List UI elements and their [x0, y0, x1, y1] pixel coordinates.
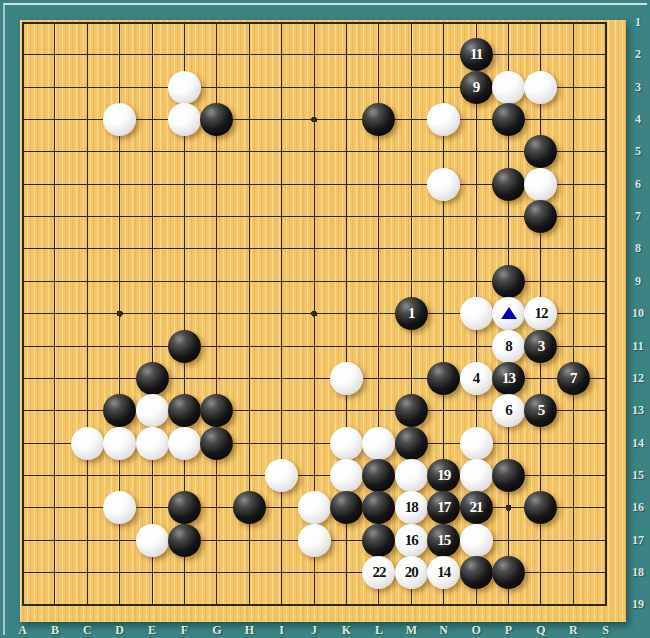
stone-black: [200, 394, 233, 427]
stone-white: [362, 427, 395, 460]
move-number: 7: [570, 362, 577, 395]
move-number: 19: [437, 459, 450, 492]
move-number: 4: [473, 362, 480, 395]
stone-black: [168, 394, 201, 427]
row-label-6: 6: [628, 177, 648, 192]
move-number: 5: [538, 394, 545, 427]
stone-white: [460, 524, 493, 557]
stone-black: [362, 103, 395, 136]
stone-white: [492, 297, 525, 330]
move-number: 16: [405, 524, 418, 557]
stone-white: 20: [395, 556, 428, 589]
col-label-R: R: [564, 623, 582, 638]
stone-white: [524, 71, 557, 104]
stone-black: [524, 200, 557, 233]
go-board-frame: 11911283413765191817211615222014 ABCDEFG…: [0, 0, 650, 638]
stone-black: [136, 362, 169, 395]
stone-black: 11: [460, 38, 493, 71]
stone-white: [330, 362, 363, 395]
stone-black: [362, 524, 395, 557]
row-label-13: 13: [628, 403, 648, 418]
stone-black: [200, 103, 233, 136]
stone-black: 17: [427, 491, 460, 524]
stone-black: 15: [427, 524, 460, 557]
move-number: 17: [437, 491, 450, 524]
stone-white: 4: [460, 362, 493, 395]
row-label-4: 4: [628, 112, 648, 127]
row-label-18: 18: [628, 565, 648, 580]
stone-black: [427, 362, 460, 395]
row-label-5: 5: [628, 144, 648, 159]
stone-black: 19: [427, 459, 460, 492]
col-label-E: E: [143, 623, 161, 638]
col-label-M: M: [402, 623, 420, 638]
move-number: 20: [405, 556, 418, 589]
move-number: 3: [538, 330, 545, 363]
stone-white: [298, 524, 331, 557]
move-number: 9: [473, 71, 480, 104]
stone-black: [492, 556, 525, 589]
row-label-14: 14: [628, 436, 648, 451]
move-number: 13: [502, 362, 515, 395]
stone-black: [395, 427, 428, 460]
col-label-F: F: [176, 623, 194, 638]
col-label-N: N: [435, 623, 453, 638]
stone-black: [362, 459, 395, 492]
row-label-7: 7: [628, 209, 648, 224]
row-label-17: 17: [628, 533, 648, 548]
stone-black: [168, 491, 201, 524]
move-number: 11: [470, 38, 482, 71]
row-label-10: 10: [628, 306, 648, 321]
go-board[interactable]: 11911283413765191817211615222014: [20, 20, 626, 622]
stone-black: [103, 394, 136, 427]
stone-black: 1: [395, 297, 428, 330]
stone-white: 16: [395, 524, 428, 557]
stone-black: [492, 103, 525, 136]
stone-white: 8: [492, 330, 525, 363]
move-number: 22: [372, 556, 385, 589]
stone-black: [524, 135, 557, 168]
stone-white: [427, 103, 460, 136]
stone-white: [103, 491, 136, 524]
col-label-O: O: [467, 623, 485, 638]
row-label-2: 2: [628, 47, 648, 62]
stone-white: [460, 427, 493, 460]
move-number: 14: [437, 556, 450, 589]
stone-white: [330, 427, 363, 460]
col-label-G: G: [208, 623, 226, 638]
stone-black: [492, 168, 525, 201]
col-label-H: H: [240, 623, 258, 638]
move-number: 1: [408, 297, 415, 330]
stone-black: 7: [557, 362, 590, 395]
stone-black: 5: [524, 394, 557, 427]
row-label-1: 1: [628, 15, 648, 30]
stones-layer: 11911283413765191817211615222014: [20, 20, 626, 622]
stone-black: 21: [460, 491, 493, 524]
col-label-Q: Q: [532, 623, 550, 638]
col-label-K: K: [338, 623, 356, 638]
stone-white: [136, 524, 169, 557]
row-label-8: 8: [628, 241, 648, 256]
stone-white: [265, 459, 298, 492]
stone-black: [492, 265, 525, 298]
stone-white: [168, 103, 201, 136]
row-label-19: 19: [628, 597, 648, 612]
stone-white: [427, 168, 460, 201]
triangle-marker-icon: [501, 307, 517, 319]
col-label-D: D: [111, 623, 129, 638]
stone-black: [460, 556, 493, 589]
stone-white: [395, 459, 428, 492]
stone-white: 18: [395, 491, 428, 524]
stone-white: [330, 459, 363, 492]
row-label-9: 9: [628, 274, 648, 289]
stone-black: [233, 491, 266, 524]
col-label-A: A: [14, 623, 32, 638]
col-label-B: B: [46, 623, 64, 638]
move-number: 18: [405, 491, 418, 524]
col-label-S: S: [597, 623, 615, 638]
stone-black: 3: [524, 330, 557, 363]
row-label-16: 16: [628, 500, 648, 515]
stone-black: 9: [460, 71, 493, 104]
stone-black: [168, 524, 201, 557]
move-number: 6: [505, 394, 512, 427]
col-label-L: L: [370, 623, 388, 638]
stone-black: [200, 427, 233, 460]
stone-white: [460, 297, 493, 330]
stone-black: [168, 330, 201, 363]
stone-white: [168, 427, 201, 460]
stone-white: [71, 427, 104, 460]
stone-white: [136, 427, 169, 460]
stone-black: 13: [492, 362, 525, 395]
stone-white: [168, 71, 201, 104]
stone-white: 12: [524, 297, 557, 330]
col-label-J: J: [305, 623, 323, 638]
stone-white: 22: [362, 556, 395, 589]
col-label-C: C: [78, 623, 96, 638]
move-number: 8: [505, 330, 512, 363]
stone-black: [362, 491, 395, 524]
move-number: 21: [470, 491, 483, 524]
row-label-11: 11: [628, 339, 648, 354]
stone-white: [103, 427, 136, 460]
stone-white: [136, 394, 169, 427]
col-label-P: P: [500, 623, 518, 638]
stone-white: [492, 71, 525, 104]
stone-white: [103, 103, 136, 136]
stone-white: 14: [427, 556, 460, 589]
stone-black: [330, 491, 363, 524]
stone-black: [524, 491, 557, 524]
stone-white: [298, 491, 331, 524]
stone-white: [524, 168, 557, 201]
row-label-12: 12: [628, 371, 648, 386]
row-label-3: 3: [628, 80, 648, 95]
stone-white: 6: [492, 394, 525, 427]
stone-black: [492, 459, 525, 492]
row-label-15: 15: [628, 468, 648, 483]
col-label-I: I: [273, 623, 291, 638]
move-number: 15: [437, 524, 450, 557]
stone-black: [395, 394, 428, 427]
stone-white: [460, 459, 493, 492]
move-number: 12: [534, 297, 547, 330]
